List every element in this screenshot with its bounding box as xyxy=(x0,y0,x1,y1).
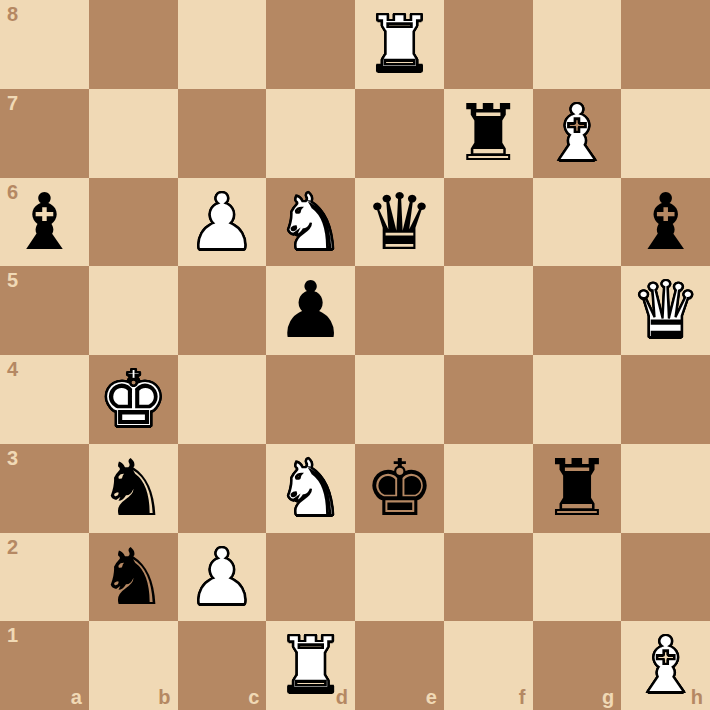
piece-white-bishop[interactable]: ♝ xyxy=(631,621,701,710)
square-d1[interactable]: d♜ xyxy=(266,621,355,710)
square-d2[interactable] xyxy=(266,533,355,622)
square-f8[interactable] xyxy=(444,0,533,89)
square-h8[interactable] xyxy=(621,0,710,89)
square-f5[interactable] xyxy=(444,266,533,355)
square-g6[interactable] xyxy=(533,178,622,267)
square-h2[interactable] xyxy=(621,533,710,622)
piece-white-bishop[interactable]: ♝ xyxy=(542,89,612,178)
file-label-a: a xyxy=(71,687,82,707)
piece-black-pawn[interactable]: ♟ xyxy=(276,266,346,355)
square-a8[interactable]: 8 xyxy=(0,0,89,89)
square-d3[interactable]: ♞ xyxy=(266,444,355,533)
square-b6[interactable] xyxy=(89,178,178,267)
square-b8[interactable] xyxy=(89,0,178,89)
square-c4[interactable] xyxy=(178,355,267,444)
square-e3[interactable]: ♚ xyxy=(355,444,444,533)
square-a3[interactable]: 3 xyxy=(0,444,89,533)
square-b3[interactable]: ♞ xyxy=(89,444,178,533)
chessboard: 8♜7♜♝6♝♟♞♛♝5♟♛4♚3♞♞♚♜2♞♟1abcd♜efgh♝ xyxy=(0,0,710,710)
square-c7[interactable] xyxy=(178,89,267,178)
square-g1[interactable]: g xyxy=(533,621,622,710)
rank-label-7: 7 xyxy=(7,93,18,113)
square-a2[interactable]: 2 xyxy=(0,533,89,622)
square-h4[interactable] xyxy=(621,355,710,444)
square-f4[interactable] xyxy=(444,355,533,444)
file-label-f: f xyxy=(519,687,526,707)
square-e7[interactable] xyxy=(355,89,444,178)
square-c3[interactable] xyxy=(178,444,267,533)
square-f7[interactable]: ♜ xyxy=(444,89,533,178)
square-d5[interactable]: ♟ xyxy=(266,266,355,355)
rank-label-3: 3 xyxy=(7,448,18,468)
square-g5[interactable] xyxy=(533,266,622,355)
square-e2[interactable] xyxy=(355,533,444,622)
square-c2[interactable]: ♟ xyxy=(178,533,267,622)
square-h5[interactable]: ♛ xyxy=(621,266,710,355)
square-b1[interactable]: b xyxy=(89,621,178,710)
square-e4[interactable] xyxy=(355,355,444,444)
square-d8[interactable] xyxy=(266,0,355,89)
square-c5[interactable] xyxy=(178,266,267,355)
square-g3[interactable]: ♜ xyxy=(533,444,622,533)
square-h7[interactable] xyxy=(621,89,710,178)
square-h3[interactable] xyxy=(621,444,710,533)
piece-white-knight[interactable]: ♞ xyxy=(276,444,346,533)
square-b7[interactable] xyxy=(89,89,178,178)
piece-white-king[interactable]: ♚ xyxy=(98,355,168,444)
square-a1[interactable]: 1a xyxy=(0,621,89,710)
square-g7[interactable]: ♝ xyxy=(533,89,622,178)
piece-black-rook[interactable]: ♜ xyxy=(453,89,523,178)
piece-white-pawn[interactable]: ♟ xyxy=(187,178,257,267)
square-h6[interactable]: ♝ xyxy=(621,178,710,267)
square-c8[interactable] xyxy=(178,0,267,89)
piece-black-knight[interactable]: ♞ xyxy=(98,444,168,533)
square-e8[interactable]: ♜ xyxy=(355,0,444,89)
piece-white-rook[interactable]: ♜ xyxy=(364,0,434,89)
rank-label-5: 5 xyxy=(7,270,18,290)
square-a6[interactable]: 6♝ xyxy=(0,178,89,267)
square-d4[interactable] xyxy=(266,355,355,444)
square-a5[interactable]: 5 xyxy=(0,266,89,355)
rank-label-4: 4 xyxy=(7,359,18,379)
square-f3[interactable] xyxy=(444,444,533,533)
square-d6[interactable]: ♞ xyxy=(266,178,355,267)
square-f6[interactable] xyxy=(444,178,533,267)
square-e6[interactable]: ♛ xyxy=(355,178,444,267)
square-e5[interactable] xyxy=(355,266,444,355)
square-b4[interactable]: ♚ xyxy=(89,355,178,444)
piece-black-queen[interactable]: ♛ xyxy=(364,178,434,267)
file-label-g: g xyxy=(602,687,614,707)
square-h1[interactable]: h♝ xyxy=(621,621,710,710)
piece-white-pawn[interactable]: ♟ xyxy=(187,533,257,622)
piece-white-queen[interactable]: ♛ xyxy=(631,266,701,355)
file-label-b: b xyxy=(158,687,170,707)
piece-white-rook[interactable]: ♜ xyxy=(276,621,346,710)
rank-label-2: 2 xyxy=(7,537,18,557)
square-b5[interactable] xyxy=(89,266,178,355)
piece-black-rook[interactable]: ♜ xyxy=(542,444,612,533)
square-f2[interactable] xyxy=(444,533,533,622)
rank-label-1: 1 xyxy=(7,625,18,645)
square-c6[interactable]: ♟ xyxy=(178,178,267,267)
square-f1[interactable]: f xyxy=(444,621,533,710)
piece-black-bishop[interactable]: ♝ xyxy=(9,178,79,267)
square-a4[interactable]: 4 xyxy=(0,355,89,444)
file-label-c: c xyxy=(248,687,259,707)
piece-black-knight[interactable]: ♞ xyxy=(98,533,168,622)
piece-black-king[interactable]: ♚ xyxy=(364,444,434,533)
file-label-e: e xyxy=(426,687,437,707)
square-g4[interactable] xyxy=(533,355,622,444)
square-c1[interactable]: c xyxy=(178,621,267,710)
square-a7[interactable]: 7 xyxy=(0,89,89,178)
square-g2[interactable] xyxy=(533,533,622,622)
rank-label-8: 8 xyxy=(7,4,18,24)
piece-white-knight[interactable]: ♞ xyxy=(276,178,346,267)
piece-black-bishop[interactable]: ♝ xyxy=(631,178,701,267)
square-g8[interactable] xyxy=(533,0,622,89)
square-d7[interactable] xyxy=(266,89,355,178)
square-b2[interactable]: ♞ xyxy=(89,533,178,622)
square-e1[interactable]: e xyxy=(355,621,444,710)
